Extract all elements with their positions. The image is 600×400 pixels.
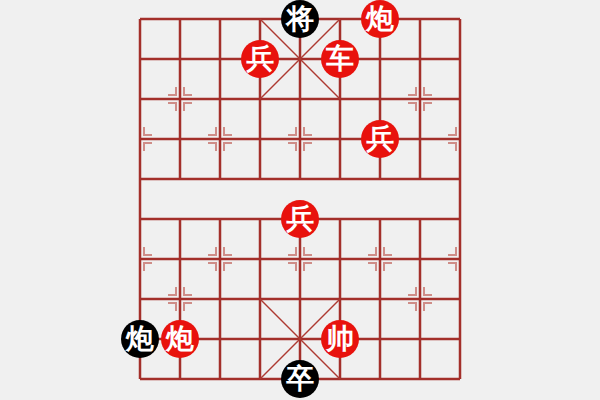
piece-red-soldier[interactable]: 兵: [281, 200, 319, 238]
piece-black-general[interactable]: 将: [281, 0, 319, 38]
piece-black-soldier[interactable]: 卒: [281, 360, 319, 398]
piece-red-cannon[interactable]: 炮: [361, 0, 399, 38]
piece-red-general[interactable]: 帅: [321, 320, 359, 358]
piece-red-chariot[interactable]: 车: [321, 40, 359, 78]
piece-red-cannon[interactable]: 炮: [161, 320, 199, 358]
xiangqi-screen: 将炮兵车兵兵炮炮帅卒: [0, 0, 600, 400]
piece-red-soldier[interactable]: 兵: [361, 120, 399, 158]
piece-black-cannon[interactable]: 炮: [121, 320, 159, 358]
xiangqi-board[interactable]: 将炮兵车兵兵炮炮帅卒: [120, 0, 480, 399]
piece-red-soldier[interactable]: 兵: [241, 40, 279, 78]
